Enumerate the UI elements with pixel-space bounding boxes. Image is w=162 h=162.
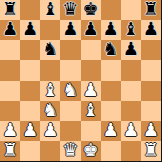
square-c5[interactable] [40, 60, 60, 80]
black-rook-piece[interactable]: ♜ [2, 0, 18, 18]
square-a8[interactable]: ♜ [0, 0, 20, 20]
square-h4[interactable] [141, 81, 161, 101]
black-pawn-piece[interactable]: ♟ [123, 40, 139, 58]
square-h2[interactable]: ♟ [141, 121, 161, 141]
white-knight-piece[interactable]: ♞ [62, 81, 78, 99]
white-king-piece[interactable]: ♚ [82, 141, 98, 159]
square-f3[interactable] [101, 101, 121, 121]
black-bishop-piece[interactable]: ♝ [123, 20, 139, 38]
square-e4[interactable]: ♟ [81, 81, 101, 101]
square-d5[interactable] [60, 60, 80, 80]
square-c1[interactable] [40, 141, 60, 161]
white-pawn-piece[interactable]: ♟ [103, 121, 119, 139]
square-h1[interactable]: ♜ [141, 141, 161, 161]
square-b6[interactable] [20, 40, 40, 60]
square-h6[interactable] [141, 40, 161, 60]
square-c8[interactable]: ♝ [40, 0, 60, 20]
black-pawn-piece[interactable]: ♟ [143, 20, 159, 38]
black-pawn-piece[interactable]: ♟ [22, 20, 38, 38]
square-e7[interactable]: ♟ [81, 20, 101, 40]
white-pawn-piece[interactable]: ♟ [22, 121, 38, 139]
square-h3[interactable] [141, 101, 161, 121]
square-d6[interactable] [60, 40, 80, 60]
square-b3[interactable] [20, 101, 40, 121]
square-h8[interactable]: ♜ [141, 0, 161, 20]
square-h5[interactable] [141, 60, 161, 80]
square-a3[interactable] [0, 101, 20, 121]
white-pawn-piece[interactable]: ♟ [123, 121, 139, 139]
square-d4[interactable]: ♞ [60, 81, 80, 101]
square-d3[interactable] [60, 101, 80, 121]
black-bishop-piece[interactable]: ♝ [42, 0, 58, 18]
square-c4[interactable]: ♝ [40, 81, 60, 101]
square-b2[interactable]: ♟ [20, 121, 40, 141]
white-pawn-piece[interactable]: ♟ [143, 121, 159, 139]
black-pawn-piece[interactable]: ♟ [2, 20, 18, 38]
black-queen-piece[interactable]: ♛ [62, 0, 78, 18]
white-pawn-piece[interactable]: ♟ [2, 121, 18, 139]
square-e3[interactable]: ♝ [81, 101, 101, 121]
square-b4[interactable] [20, 81, 40, 101]
square-f2[interactable]: ♟ [101, 121, 121, 141]
square-g3[interactable] [121, 101, 141, 121]
square-e1[interactable]: ♚ [81, 141, 101, 161]
square-f6[interactable]: ♞ [101, 40, 121, 60]
black-rook-piece[interactable]: ♜ [143, 0, 159, 18]
square-f8[interactable] [101, 0, 121, 20]
black-knight-piece[interactable]: ♞ [103, 40, 119, 58]
square-c6[interactable]: ♞ [40, 40, 60, 60]
square-a1[interactable]: ♜ [0, 141, 20, 161]
square-c3[interactable]: ♞ [40, 101, 60, 121]
square-a2[interactable]: ♟ [0, 121, 20, 141]
square-c2[interactable]: ♟ [40, 121, 60, 141]
square-g4[interactable] [121, 81, 141, 101]
white-knight-piece[interactable]: ♞ [42, 101, 58, 119]
square-e8[interactable]: ♚ [81, 0, 101, 20]
square-g6[interactable]: ♟ [121, 40, 141, 60]
chess-board: ♜♝♛♚♜♟♟♟♟♟♝♟♞♞♟♝♞♟♞♝♟♟♟♟♟♟♜♛♚♜ [0, 0, 161, 161]
square-d8[interactable]: ♛ [60, 0, 80, 20]
white-bishop-piece[interactable]: ♝ [82, 101, 98, 119]
square-a4[interactable] [0, 81, 20, 101]
square-h7[interactable]: ♟ [141, 20, 161, 40]
square-g7[interactable]: ♝ [121, 20, 141, 40]
black-king-piece[interactable]: ♚ [82, 0, 98, 18]
black-pawn-piece[interactable]: ♟ [103, 20, 119, 38]
white-bishop-piece[interactable]: ♝ [42, 81, 58, 99]
square-d7[interactable]: ♟ [60, 20, 80, 40]
black-pawn-piece[interactable]: ♟ [82, 20, 98, 38]
square-g8[interactable] [121, 0, 141, 20]
square-e5[interactable] [81, 60, 101, 80]
square-b1[interactable] [20, 141, 40, 161]
white-pawn-piece[interactable]: ♟ [82, 81, 98, 99]
square-d1[interactable]: ♛ [60, 141, 80, 161]
square-g2[interactable]: ♟ [121, 121, 141, 141]
black-pawn-piece[interactable]: ♟ [62, 20, 78, 38]
black-knight-piece[interactable]: ♞ [42, 40, 58, 58]
square-e2[interactable] [81, 121, 101, 141]
square-b7[interactable]: ♟ [20, 20, 40, 40]
square-g5[interactable] [121, 60, 141, 80]
square-g1[interactable] [121, 141, 141, 161]
square-a6[interactable] [0, 40, 20, 60]
white-queen-piece[interactable]: ♛ [62, 141, 78, 159]
square-a5[interactable] [0, 60, 20, 80]
square-f1[interactable] [101, 141, 121, 161]
white-pawn-piece[interactable]: ♟ [42, 121, 58, 139]
square-f5[interactable] [101, 60, 121, 80]
square-b5[interactable] [20, 60, 40, 80]
square-c7[interactable] [40, 20, 60, 40]
chess-board-frame: ♜♝♛♚♜♟♟♟♟♟♝♟♞♞♟♝♞♟♞♝♟♟♟♟♟♟♜♛♚♜ [0, 0, 162, 162]
square-f4[interactable] [101, 81, 121, 101]
white-rook-piece[interactable]: ♜ [2, 141, 18, 159]
square-b8[interactable] [20, 0, 40, 20]
square-d2[interactable] [60, 121, 80, 141]
square-f7[interactable]: ♟ [101, 20, 121, 40]
white-rook-piece[interactable]: ♜ [143, 141, 159, 159]
square-a7[interactable]: ♟ [0, 20, 20, 40]
square-e6[interactable] [81, 40, 101, 60]
